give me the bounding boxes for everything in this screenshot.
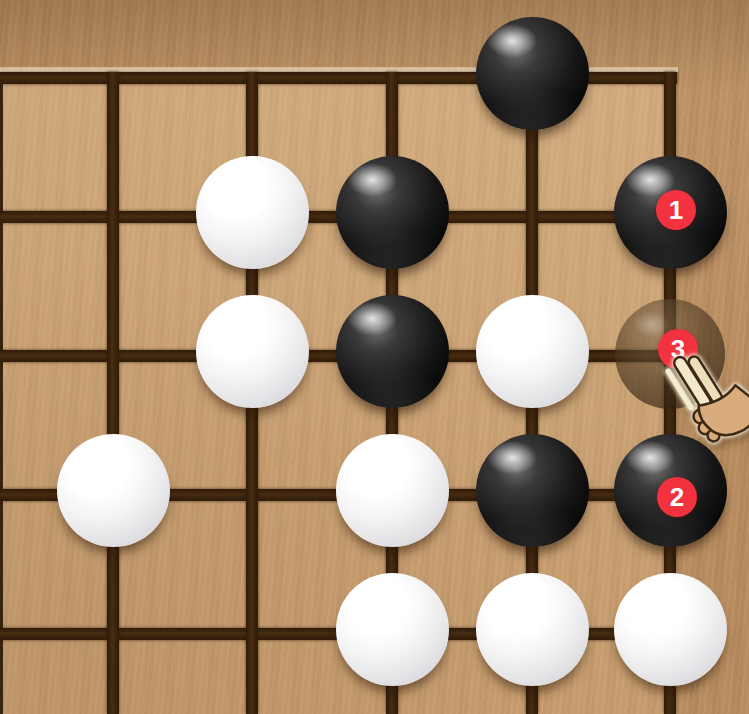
white-stone	[476, 573, 589, 686]
white-stone	[196, 156, 309, 269]
black-stone	[476, 434, 589, 547]
black-stone	[336, 295, 449, 408]
grid-line-v	[107, 72, 119, 714]
tap-hand-cursor	[644, 346, 740, 466]
white-stone	[196, 295, 309, 408]
white-stone	[336, 434, 449, 547]
grid-line-v-partial	[0, 72, 3, 714]
black-stone: 1	[614, 156, 727, 269]
black-stone	[336, 156, 449, 269]
move-number-badge: 1	[656, 190, 696, 230]
go-board[interactable]: 132	[0, 0, 749, 714]
white-stone	[336, 573, 449, 686]
move-number-badge: 2	[657, 477, 697, 517]
black-stone	[476, 17, 589, 130]
white-stone	[476, 295, 589, 408]
white-stone	[57, 434, 170, 547]
white-stone	[614, 573, 727, 686]
